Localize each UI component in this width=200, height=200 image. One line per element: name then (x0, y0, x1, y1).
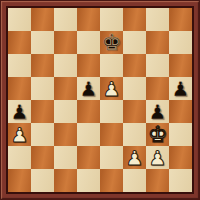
square-g2[interactable]: ♟ (146, 146, 169, 169)
white-king-g3[interactable]: ♚ (146, 123, 169, 146)
square-d7[interactable] (77, 31, 100, 54)
square-e7[interactable]: ♚ (100, 31, 123, 54)
square-f4[interactable] (123, 100, 146, 123)
square-h4[interactable] (169, 100, 192, 123)
square-d6[interactable] (77, 54, 100, 77)
square-a6[interactable] (8, 54, 31, 77)
square-d5[interactable]: ♟ (77, 77, 100, 100)
square-c7[interactable] (54, 31, 77, 54)
square-e5[interactable]: ♟ (100, 77, 123, 100)
square-g4[interactable]: ♟ (146, 100, 169, 123)
square-a7[interactable] (8, 31, 31, 54)
square-a5[interactable] (8, 77, 31, 100)
square-e4[interactable] (100, 100, 123, 123)
square-h1[interactable] (169, 169, 192, 192)
square-f5[interactable] (123, 77, 146, 100)
square-b3[interactable] (31, 123, 54, 146)
square-g8[interactable] (146, 8, 169, 31)
white-pawn-f2[interactable]: ♟ (123, 146, 146, 169)
square-c4[interactable] (54, 100, 77, 123)
black-pawn-d5[interactable]: ♟ (77, 77, 100, 100)
square-a4[interactable]: ♟ (8, 100, 31, 123)
square-d3[interactable] (77, 123, 100, 146)
board-frame: ♚♟♟♟♟♟♟♚♟♟ (0, 0, 200, 200)
black-pawn-h5[interactable]: ♟ (169, 77, 192, 100)
square-e2[interactable] (100, 146, 123, 169)
square-g6[interactable] (146, 54, 169, 77)
square-g3[interactable]: ♚ (146, 123, 169, 146)
square-d8[interactable] (77, 8, 100, 31)
square-f2[interactable]: ♟ (123, 146, 146, 169)
square-a1[interactable] (8, 169, 31, 192)
square-e3[interactable] (100, 123, 123, 146)
square-h2[interactable] (169, 146, 192, 169)
black-king-e7[interactable]: ♚ (100, 31, 123, 54)
square-c8[interactable] (54, 8, 77, 31)
square-h6[interactable] (169, 54, 192, 77)
square-h5[interactable]: ♟ (169, 77, 192, 100)
white-pawn-g2[interactable]: ♟ (146, 146, 169, 169)
black-pawn-g4[interactable]: ♟ (146, 100, 169, 123)
square-f8[interactable] (123, 8, 146, 31)
square-c1[interactable] (54, 169, 77, 192)
square-e6[interactable] (100, 54, 123, 77)
square-c5[interactable] (54, 77, 77, 100)
square-b4[interactable] (31, 100, 54, 123)
square-c3[interactable] (54, 123, 77, 146)
square-b7[interactable] (31, 31, 54, 54)
square-f6[interactable] (123, 54, 146, 77)
black-pawn-a4[interactable]: ♟ (8, 100, 31, 123)
white-pawn-e5[interactable]: ♟ (100, 77, 123, 100)
square-h8[interactable] (169, 8, 192, 31)
square-c6[interactable] (54, 54, 77, 77)
square-f1[interactable] (123, 169, 146, 192)
square-d2[interactable] (77, 146, 100, 169)
chess-board: ♚♟♟♟♟♟♟♚♟♟ (8, 8, 192, 192)
square-e1[interactable] (100, 169, 123, 192)
square-b8[interactable] (31, 8, 54, 31)
square-b5[interactable] (31, 77, 54, 100)
square-h7[interactable] (169, 31, 192, 54)
square-b6[interactable] (31, 54, 54, 77)
white-pawn-a3[interactable]: ♟ (8, 123, 31, 146)
square-g7[interactable] (146, 31, 169, 54)
square-g1[interactable] (146, 169, 169, 192)
square-c2[interactable] (54, 146, 77, 169)
square-d1[interactable] (77, 169, 100, 192)
square-f3[interactable] (123, 123, 146, 146)
square-g5[interactable] (146, 77, 169, 100)
square-a2[interactable] (8, 146, 31, 169)
square-a3[interactable]: ♟ (8, 123, 31, 146)
square-b2[interactable] (31, 146, 54, 169)
square-h3[interactable] (169, 123, 192, 146)
square-d4[interactable] (77, 100, 100, 123)
square-e8[interactable] (100, 8, 123, 31)
square-a8[interactable] (8, 8, 31, 31)
square-b1[interactable] (31, 169, 54, 192)
square-f7[interactable] (123, 31, 146, 54)
